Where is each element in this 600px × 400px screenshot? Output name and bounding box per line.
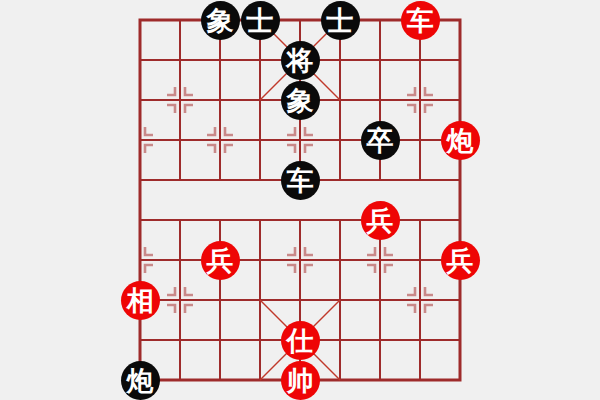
red-advisor[interactable]: 仕 bbox=[281, 321, 320, 360]
black-general[interactable]: 将 bbox=[281, 41, 320, 80]
black-cannon[interactable]: 炮 bbox=[121, 361, 160, 400]
black-elephant[interactable]: 象 bbox=[201, 1, 240, 40]
black-advisor[interactable]: 士 bbox=[241, 1, 280, 40]
red-elephant[interactable]: 相 bbox=[121, 281, 160, 320]
black-advisor[interactable]: 士 bbox=[321, 1, 360, 40]
black-chariot[interactable]: 车 bbox=[281, 161, 320, 200]
red-soldier[interactable]: 兵 bbox=[441, 241, 480, 280]
red-soldier[interactable]: 兵 bbox=[201, 241, 240, 280]
red-soldier[interactable]: 兵 bbox=[361, 201, 400, 240]
xiangqi-screen: 象士士车将象卒炮车兵兵兵相仕帅炮 bbox=[0, 0, 600, 400]
piece-layer: 象士士车将象卒炮车兵兵兵相仕帅炮 bbox=[120, 0, 480, 400]
red-cannon[interactable]: 炮 bbox=[441, 121, 480, 160]
red-chariot[interactable]: 车 bbox=[401, 1, 440, 40]
black-soldier[interactable]: 卒 bbox=[361, 121, 400, 160]
red-general[interactable]: 帅 bbox=[281, 361, 320, 400]
black-elephant[interactable]: 象 bbox=[281, 81, 320, 120]
